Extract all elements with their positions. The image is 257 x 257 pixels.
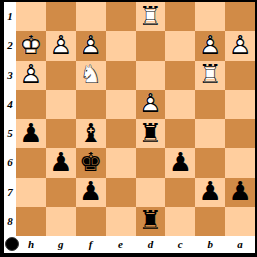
square-c6[interactable]: ♟ [165,148,195,177]
white-piece-outline-glyph: ♘ [79,61,102,87]
square-b4[interactable] [195,90,225,119]
square-a2[interactable]: ♟♙ [225,31,255,60]
square-g1[interactable] [46,2,76,31]
file-label-f: f [76,236,106,253]
white-piece-outline-glyph: ♙ [79,32,102,58]
square-f8[interactable] [76,207,106,236]
square-c8[interactable] [165,207,195,236]
black-pawn-a7[interactable]: ♟ [225,178,255,207]
white-king-h2[interactable]: ♚♔ [16,31,46,60]
square-g6[interactable]: ♟ [46,148,76,177]
black-piece-glyph: ♟ [199,178,222,204]
rank-label-8: 8 [4,207,16,236]
square-e5[interactable] [106,119,136,148]
white-rook-d1[interactable]: ♜♖ [136,2,166,31]
square-f5[interactable]: ♝ [76,119,106,148]
square-e7[interactable] [106,178,136,207]
square-a5[interactable] [225,119,255,148]
file-label-b: b [195,236,225,253]
chess-board: 1♜♖2♚♔♟♙♟♙♟♙♟♙3♟♙♞♘♜♖4♟♙5♟♝♜6♟♚♟7♟♟♟8♜hg… [4,2,255,253]
black-to-move-indicator-icon [5,237,19,251]
square-b3[interactable]: ♜♖ [195,61,225,90]
square-h2[interactable]: ♚♔ [16,31,46,60]
white-piece-outline-glyph: ♔ [19,32,42,58]
file-label-d: d [136,236,166,253]
black-pawn-f7[interactable]: ♟ [76,178,106,207]
white-piece-outline-glyph: ♖ [199,61,222,87]
black-piece-glyph: ♟ [19,120,42,146]
black-king-f6[interactable]: ♚ [76,148,106,177]
square-a6[interactable] [225,148,255,177]
white-piece-outline-glyph: ♙ [139,91,162,117]
square-d4[interactable]: ♟♙ [136,90,166,119]
square-e4[interactable] [106,90,136,119]
square-f1[interactable] [76,2,106,31]
square-d1[interactable]: ♜♖ [136,2,166,31]
black-piece-glyph: ♚ [79,149,102,175]
square-d6[interactable] [136,148,166,177]
square-d8[interactable]: ♜ [136,207,166,236]
white-pawn-d4[interactable]: ♟♙ [136,90,166,119]
file-label-c: c [165,236,195,253]
rank-label-1: 1 [4,2,16,31]
white-piece-outline-glyph: ♙ [199,32,222,58]
square-g4[interactable] [46,90,76,119]
white-pawn-a2[interactable]: ♟♙ [225,31,255,60]
rank-label-2: 2 [4,31,16,60]
black-piece-glyph: ♜ [139,120,162,146]
square-g3[interactable] [46,61,76,90]
square-h6[interactable] [16,148,46,177]
square-a3[interactable] [225,61,255,90]
square-g2[interactable]: ♟♙ [46,31,76,60]
rank-label-4: 4 [4,90,16,119]
square-h3[interactable]: ♟♙ [16,61,46,90]
square-d2[interactable] [136,31,166,60]
white-piece-outline-glyph: ♙ [49,32,72,58]
square-g8[interactable] [46,207,76,236]
square-c3[interactable] [165,61,195,90]
square-f4[interactable] [76,90,106,119]
black-piece-glyph: ♟ [79,178,102,204]
square-b6[interactable] [195,148,225,177]
square-e8[interactable] [106,207,136,236]
square-g5[interactable] [46,119,76,148]
square-a4[interactable] [225,90,255,119]
rank-label-7: 7 [4,178,16,207]
square-a8[interactable] [225,207,255,236]
white-pawn-f2[interactable]: ♟♙ [76,31,106,60]
square-f3[interactable]: ♞♘ [76,61,106,90]
white-pawn-b2[interactable]: ♟♙ [195,31,225,60]
white-piece-outline-glyph: ♙ [228,32,251,58]
square-a1[interactable] [225,2,255,31]
square-e2[interactable] [106,31,136,60]
white-pawn-g2[interactable]: ♟♙ [46,31,76,60]
square-b1[interactable] [195,2,225,31]
square-f7[interactable]: ♟ [76,178,106,207]
white-piece-outline-glyph: ♖ [139,3,162,29]
white-rook-b3[interactable]: ♜♖ [195,61,225,90]
square-f6[interactable]: ♚ [76,148,106,177]
square-e1[interactable] [106,2,136,31]
black-piece-glyph: ♟ [228,178,251,204]
black-rook-d5[interactable]: ♜ [136,119,166,148]
black-piece-glyph: ♟ [49,149,72,175]
black-piece-glyph: ♜ [139,208,162,234]
file-label-g: g [46,236,76,253]
square-h1[interactable] [16,2,46,31]
square-g7[interactable] [46,178,76,207]
square-d7[interactable] [136,178,166,207]
square-b2[interactable]: ♟♙ [195,31,225,60]
square-h4[interactable] [16,90,46,119]
square-d5[interactable]: ♜ [136,119,166,148]
black-pawn-b7[interactable]: ♟ [195,178,225,207]
square-e6[interactable] [106,148,136,177]
square-c7[interactable] [165,178,195,207]
white-piece-outline-glyph: ♙ [19,61,42,87]
file-label-e: e [106,236,136,253]
black-pawn-g6[interactable]: ♟ [46,148,76,177]
square-c1[interactable] [165,2,195,31]
rank-label-3: 3 [4,61,16,90]
rank-label-5: 5 [4,119,16,148]
black-rook-d8[interactable]: ♜ [136,207,166,236]
rank-label-6: 6 [4,148,16,177]
square-c4[interactable] [165,90,195,119]
black-pawn-h5[interactable]: ♟ [16,119,46,148]
black-pawn-c6[interactable]: ♟ [165,148,195,177]
chess-diagram-frame: 1♜♖2♚♔♟♙♟♙♟♙♟♙3♟♙♞♘♜♖4♟♙5♟♝♜6♟♚♟7♟♟♟8♜hg… [0,0,257,257]
black-piece-glyph: ♝ [79,120,102,146]
square-b5[interactable] [195,119,225,148]
square-a7[interactable]: ♟ [225,178,255,207]
square-b7[interactable]: ♟ [195,178,225,207]
black-piece-glyph: ♟ [169,149,192,175]
move-indicator-cell [4,236,16,253]
square-f2[interactable]: ♟♙ [76,31,106,60]
square-d3[interactable] [136,61,166,90]
square-c5[interactable] [165,119,195,148]
square-h5[interactable]: ♟ [16,119,46,148]
file-label-a: a [225,236,255,253]
black-bishop-f5[interactable]: ♝ [76,119,106,148]
square-h7[interactable] [16,178,46,207]
square-e3[interactable] [106,61,136,90]
square-h8[interactable] [16,207,46,236]
white-pawn-h3[interactable]: ♟♙ [16,61,46,90]
square-b8[interactable] [195,207,225,236]
square-c2[interactable] [165,31,195,60]
white-knight-f3[interactable]: ♞♘ [76,61,106,90]
file-label-h: h [16,236,46,253]
